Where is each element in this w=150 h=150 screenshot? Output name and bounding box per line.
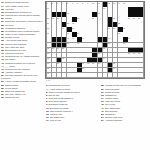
clue-item: 50. Firearm company for nearly five cent… (1, 74, 44, 80)
grid-cell[interactable] (108, 53, 113, 58)
grid-cell[interactable] (118, 7, 123, 12)
clue-text: Actress Yasmine (5, 71, 22, 73)
grid-cell[interactable] (72, 48, 77, 53)
black-cell (52, 37, 57, 42)
grid-cell[interactable] (52, 53, 57, 58)
grid-cell[interactable]: 11 (98, 2, 103, 7)
grid-cell[interactable] (92, 37, 97, 42)
crossword-grid[interactable]: 1234567891011121314151617181920212223242… (45, 1, 145, 80)
black-cell (57, 37, 62, 42)
grid-cell[interactable] (133, 37, 138, 42)
grid-cell[interactable] (62, 73, 67, 78)
cell-number: 48 (67, 42, 69, 44)
grid-cell[interactable]: 38 (123, 27, 128, 32)
grid-cell[interactable] (113, 43, 118, 48)
cell-number: 38 (123, 27, 125, 29)
grid-cell[interactable]: 1 (47, 2, 52, 7)
grid-cell[interactable] (87, 22, 92, 27)
black-cell (92, 12, 97, 17)
clue-text: Human on the isle of Houyhnhnms (105, 84, 141, 86)
cell-number: 13 (113, 2, 115, 4)
grid-cell[interactable] (123, 17, 128, 22)
grid-cell[interactable]: 19 (98, 12, 103, 17)
grid-cell[interactable] (52, 63, 57, 68)
grid-cell[interactable] (87, 7, 92, 12)
grid-cell[interactable]: 66 (57, 63, 62, 68)
black-cell (57, 12, 62, 17)
grid-cell[interactable]: 10 (92, 2, 97, 7)
cell-number: 31 (72, 22, 74, 24)
grid-cell[interactable] (138, 68, 143, 73)
grid-cell[interactable] (103, 17, 108, 22)
grid-cell[interactable] (103, 12, 108, 17)
grid-cell[interactable] (98, 17, 103, 22)
cell-number: 75 (47, 72, 49, 74)
cell-number: 58 (98, 52, 100, 54)
grid-cell[interactable]: 50 (108, 43, 113, 48)
grid-cell[interactable] (123, 53, 128, 58)
cell-number: 25 (113, 17, 115, 19)
grid-cell[interactable] (72, 53, 77, 58)
grid-cell[interactable] (133, 32, 138, 37)
grid-cell[interactable] (62, 68, 67, 73)
cell-number: 73 (82, 67, 84, 69)
grid-cell[interactable] (57, 7, 62, 12)
grid-cell[interactable] (77, 53, 82, 58)
grid-cell[interactable] (62, 7, 67, 12)
cell-number: 50 (108, 42, 110, 44)
grid-cell[interactable] (118, 68, 123, 73)
black-cell (138, 12, 143, 17)
down-clues-column-right: 28. Human on the isle of Houyhnhnms29. L… (101, 84, 149, 149)
black-cell (108, 63, 113, 68)
fineprint-text: 1-800 (46, 80, 86, 84)
clue-text: A tax break with them (5, 39, 27, 41)
grid-cell[interactable] (118, 37, 123, 42)
cell-number: 60 (133, 52, 135, 54)
grid-cell[interactable]: 4 (62, 2, 67, 7)
grid-cell[interactable]: 5 (67, 2, 72, 7)
grid-cell[interactable]: 35 (72, 27, 77, 32)
grid-cell[interactable]: 63 (62, 58, 67, 63)
cell-number: 59 (128, 52, 130, 54)
clue-text: Parrot's perch (105, 91, 119, 93)
grid-cell[interactable] (72, 43, 77, 48)
grid-cell[interactable]: 14 (118, 2, 123, 7)
grid-cell[interactable] (133, 2, 138, 7)
grid-cell[interactable] (113, 37, 118, 42)
grid-cell[interactable]: 54 (57, 48, 62, 53)
grid-cell[interactable]: 48 (67, 43, 72, 48)
grid-cell[interactable] (108, 48, 113, 53)
grid-cell[interactable]: 15 (123, 2, 128, 7)
grid-cell[interactable] (72, 68, 77, 73)
grid-cell[interactable] (87, 27, 92, 32)
grid-cell[interactable] (103, 73, 108, 78)
cell-number: 6 (72, 2, 73, 4)
grid-cell[interactable] (67, 53, 72, 58)
grid-cell[interactable] (82, 22, 87, 27)
cell-number: 46 (108, 37, 110, 39)
cell-number: 5 (67, 2, 68, 4)
clue-text: Horseback handles (5, 27, 25, 29)
grid-cell[interactable]: 45 (82, 37, 87, 42)
grid-cell[interactable] (77, 48, 82, 53)
grid-cell[interactable] (92, 43, 97, 48)
grid-cell[interactable] (98, 7, 103, 12)
grid-cell[interactable] (98, 73, 103, 78)
grid-cell[interactable]: 24 (92, 17, 97, 22)
grid-cell[interactable]: 58 (98, 53, 103, 58)
grid-cell[interactable] (52, 27, 57, 32)
grid-cell[interactable] (103, 68, 108, 73)
grid-cell[interactable] (72, 58, 77, 63)
grid-cell[interactable] (52, 32, 57, 37)
grid-cell[interactable] (138, 22, 143, 27)
cell-number: 17 (103, 7, 105, 9)
clue-text: Vowel in the pirate's alphabet (5, 33, 35, 35)
grid-cell[interactable] (92, 27, 97, 32)
fineprint-label: 1-800 (46, 80, 85, 82)
cell-number: 28 (138, 17, 140, 19)
grid-cell[interactable] (113, 32, 118, 37)
grid-cell[interactable] (133, 58, 138, 63)
grid-cell[interactable] (47, 37, 52, 42)
clue-text: Hidden booty (105, 97, 119, 99)
grid-cell[interactable] (128, 27, 133, 32)
black-cell (52, 12, 57, 17)
grid-cell[interactable] (123, 63, 128, 68)
grid-cell[interactable] (52, 73, 57, 78)
cell-number: 55 (62, 47, 64, 49)
grid-cell[interactable] (128, 22, 133, 27)
grid-cell[interactable] (72, 73, 77, 78)
grid-cell[interactable] (108, 73, 113, 78)
cell-number: 15 (123, 2, 125, 4)
black-cell (92, 48, 97, 53)
clue-text: They strut the strip (5, 46, 24, 48)
grid-cell[interactable] (57, 22, 62, 27)
cell-number: 45 (82, 37, 84, 39)
grid-cell[interactable] (123, 12, 128, 17)
cell-number: 36 (108, 27, 110, 29)
cell-number: 74 (113, 67, 115, 69)
grid-cell[interactable]: 16 (47, 7, 52, 12)
grid-cell[interactable] (52, 7, 57, 12)
black-cell (108, 17, 113, 22)
grid-cell[interactable] (133, 73, 138, 78)
clue-item: 57. Anchor's aweigh (101, 119, 149, 122)
grid-cell[interactable] (98, 32, 103, 37)
grid-cell[interactable] (62, 63, 67, 68)
grid-cell[interactable] (128, 43, 133, 48)
grid-cell[interactable]: 47 (128, 37, 133, 42)
grid-cell[interactable] (52, 58, 57, 63)
cell-number: 29 (47, 22, 49, 24)
grid-cell[interactable] (123, 7, 128, 12)
grid-cell[interactable]: 37 (113, 27, 118, 32)
grid-cell[interactable]: 55 (62, 48, 67, 53)
grid-cell[interactable] (113, 73, 118, 78)
grid-cell[interactable] (138, 2, 143, 7)
grid-cell[interactable] (72, 63, 77, 68)
grid-cell[interactable]: 32 (118, 22, 123, 27)
grid-cell[interactable] (62, 32, 67, 37)
grid-cell[interactable] (67, 68, 72, 73)
grid-cell[interactable] (92, 22, 97, 27)
grid-cell[interactable] (98, 22, 103, 27)
clue-text: Jolly crew (105, 103, 115, 105)
grid-cell[interactable] (133, 68, 138, 73)
cell-number: 26 (128, 17, 130, 19)
grid-cell[interactable] (123, 68, 128, 73)
grid-cell[interactable]: 3 (57, 2, 62, 7)
clue-text: Doubloon material (49, 103, 68, 105)
grid-cell[interactable] (92, 73, 97, 78)
grid-cell[interactable] (87, 68, 92, 73)
cell-number: 3 (57, 2, 58, 4)
grid-cell[interactable]: 49 (77, 43, 82, 48)
grid-cell[interactable] (87, 12, 92, 17)
clue-text: Port of call (50, 119, 61, 121)
grid-cell[interactable]: 17 (103, 7, 108, 12)
cell-number: 16 (47, 7, 49, 9)
grid-cell[interactable] (108, 58, 113, 63)
grid-cell[interactable] (138, 58, 143, 63)
grid-cell[interactable] (57, 73, 62, 78)
grid-cell[interactable]: 53 (52, 48, 57, 53)
grid-cell[interactable]: 30 (67, 22, 72, 27)
grid-cell[interactable] (138, 73, 143, 78)
grid-cell[interactable] (77, 12, 82, 17)
cell-number: 19 (98, 12, 100, 14)
grid-cell[interactable]: 23 (77, 17, 82, 22)
black-cell (98, 37, 103, 42)
cell-number: 7 (77, 2, 78, 4)
grid-cell[interactable]: 22 (57, 17, 62, 22)
grid-cell[interactable] (77, 73, 82, 78)
grid-cell[interactable]: 6 (72, 2, 77, 7)
grid-cell[interactable]: 34 (62, 27, 67, 32)
clue-text: When a pirate wants to retire? (49, 91, 80, 93)
grid-cell[interactable] (57, 68, 62, 73)
grid-cell[interactable] (128, 73, 133, 78)
grid-cell[interactable] (138, 32, 143, 37)
grid-cell[interactable] (87, 37, 92, 42)
grid-cell[interactable] (52, 68, 57, 73)
grid-cell[interactable] (128, 2, 133, 7)
grid-cell[interactable] (138, 43, 143, 48)
grid-cell[interactable] (113, 12, 118, 17)
grid-cell[interactable] (108, 12, 113, 17)
black-cell (103, 2, 108, 7)
black-cell (62, 12, 67, 17)
grid-cell[interactable] (87, 53, 92, 58)
grid-cell[interactable] (128, 58, 133, 63)
grid-cell[interactable]: 44 (72, 37, 77, 42)
black-cell (133, 7, 138, 12)
clue-text: Notorious sushi source (5, 1, 29, 3)
grid-cell[interactable] (77, 7, 82, 12)
grid-cell[interactable]: 25 (113, 17, 118, 22)
grid-cell[interactable] (82, 48, 87, 53)
grid-cell[interactable] (52, 22, 57, 27)
grid-cell[interactable]: 74 (113, 68, 118, 73)
grid-cell[interactable] (82, 12, 87, 17)
grid-cell[interactable] (138, 27, 143, 32)
grid-cell[interactable] (118, 48, 123, 53)
clue-text: Pay stub? (5, 58, 15, 60)
grid-cell[interactable] (103, 63, 108, 68)
grid-cell[interactable]: 18 (67, 12, 72, 17)
grid-cell[interactable] (138, 63, 143, 68)
black-cell (133, 12, 138, 17)
grid-cell[interactable] (118, 43, 123, 48)
grid-cell[interactable] (113, 48, 118, 53)
grid-cell[interactable]: 36 (108, 27, 113, 32)
grid-cell[interactable] (47, 12, 52, 17)
grid-cell[interactable] (133, 22, 138, 27)
grid-cell[interactable] (57, 32, 62, 37)
grid-cell[interactable]: 42 (118, 32, 123, 37)
grid-cell[interactable] (123, 58, 128, 63)
cell-number: 10 (92, 2, 94, 4)
grid-cell[interactable] (87, 73, 92, 78)
down-clues-list-left: 3. Cambodian currency4. A land robber's … (46, 84, 98, 122)
cell-number: 54 (57, 47, 59, 49)
grid-cell[interactable] (82, 73, 87, 78)
grid-cell[interactable] (98, 43, 103, 48)
cell-number: 71 (113, 62, 115, 64)
grid-cell[interactable]: 28 (138, 17, 143, 22)
cell-number: 18 (67, 12, 69, 14)
grid-cell[interactable] (72, 7, 77, 12)
clue-item: 62. Insurance job (1, 96, 44, 99)
grid-cell[interactable]: 51 (123, 43, 128, 48)
clue-text: Crow's nest view (105, 116, 122, 118)
cell-number: 68 (87, 62, 89, 64)
grid-cell[interactable] (133, 43, 138, 48)
grid-cell[interactable] (118, 53, 123, 58)
grid-cell[interactable] (123, 32, 128, 37)
grid-cell[interactable] (128, 63, 133, 68)
grid-cell[interactable] (92, 7, 97, 12)
grid-cell[interactable] (82, 17, 87, 22)
grid-cell[interactable]: 69 (92, 63, 97, 68)
cell-number: 9 (87, 2, 88, 4)
grid-cell[interactable] (57, 53, 62, 58)
grid-cell[interactable]: 70 (98, 63, 103, 68)
grid-cell[interactable] (98, 68, 103, 73)
clue-text: Firearm company for nearly five centurie… (1, 74, 38, 79)
clue-text: Nicholson and Marley failed to find it (5, 20, 42, 22)
cell-number: 4 (62, 2, 63, 4)
grid-cell[interactable] (62, 17, 67, 22)
grid-cell[interactable]: 2 (52, 2, 57, 7)
grid-cell[interactable]: 73 (82, 68, 87, 73)
clue-item: 17. Port of call (46, 119, 98, 122)
cell-number: 72 (47, 67, 49, 69)
grid-cell[interactable]: 56 (103, 48, 108, 53)
grid-cell[interactable] (103, 22, 108, 27)
grid-cell[interactable] (92, 32, 97, 37)
grid-cell[interactable] (128, 68, 133, 73)
grid-cell[interactable] (67, 48, 72, 53)
cell-number: 65 (47, 62, 49, 64)
clue-text: Arp's art (5, 8, 14, 10)
grid-cell[interactable] (72, 12, 77, 17)
grid-cell[interactable] (118, 63, 123, 68)
grid-cell[interactable] (138, 37, 143, 42)
cell-number: 14 (118, 2, 120, 4)
grid-cell[interactable] (118, 12, 123, 17)
grid-cell[interactable]: 39 (47, 32, 52, 37)
clue-text: Insurance job (5, 96, 19, 98)
grid-cell[interactable] (108, 7, 113, 12)
cell-number: 67 (82, 62, 84, 64)
cell-number: 8 (82, 2, 83, 4)
grid-cell[interactable]: 21 (52, 17, 57, 22)
grid-cell[interactable] (92, 68, 97, 73)
grid-cell[interactable]: 64 (103, 58, 108, 63)
grid-cell[interactable] (103, 27, 108, 32)
grid-cell[interactable]: 75 (47, 73, 52, 78)
cell-number: 69 (92, 62, 94, 64)
cell-number: 52 (47, 47, 49, 49)
cell-number: 35 (72, 27, 74, 29)
grid-cell[interactable]: 12 (108, 2, 113, 7)
grid-cell[interactable] (87, 43, 92, 48)
grid-cell[interactable] (118, 73, 123, 78)
grid-cell[interactable] (113, 53, 118, 58)
grid-cell[interactable] (67, 58, 72, 63)
grid-cell[interactable] (67, 73, 72, 78)
grid-cell[interactable] (98, 27, 103, 32)
grid-cell[interactable]: 13 (113, 2, 118, 7)
cell-number: 61 (138, 52, 140, 54)
cell-number: 22 (57, 17, 59, 19)
grid-cell[interactable]: 61 (138, 53, 143, 58)
grid-cell[interactable] (87, 48, 92, 53)
grid-cell[interactable] (87, 32, 92, 37)
grid-cell[interactable] (57, 27, 62, 32)
grid-cell[interactable] (82, 7, 87, 12)
grid-cell[interactable] (133, 63, 138, 68)
cell-number: 1 (47, 2, 48, 4)
down-clues-list-right: 28. Human on the isle of Houyhnhnms29. L… (101, 84, 149, 122)
cell-number: 2 (52, 2, 53, 4)
cell-number: 20 (47, 17, 49, 19)
grid-cell[interactable] (82, 27, 87, 32)
grid-cell[interactable] (133, 27, 138, 32)
cell-number: 47 (128, 37, 130, 39)
grid-cell[interactable] (67, 7, 72, 12)
grid-cell[interactable] (118, 58, 123, 63)
cell-number: 62 (47, 57, 49, 59)
cell-number: 51 (123, 42, 125, 44)
cell-number: 43 (67, 37, 69, 39)
grid-cell[interactable] (67, 63, 72, 68)
grid-cell[interactable] (103, 32, 108, 37)
grid-cell[interactable] (123, 73, 128, 78)
cell-number: 64 (103, 57, 105, 59)
grid-cell[interactable] (82, 43, 87, 48)
grid-cell[interactable] (77, 22, 82, 27)
grid-cell[interactable] (82, 53, 87, 58)
grid-cell[interactable] (123, 48, 128, 53)
cell-number: 70 (98, 62, 100, 64)
grid-cell[interactable] (113, 7, 118, 12)
